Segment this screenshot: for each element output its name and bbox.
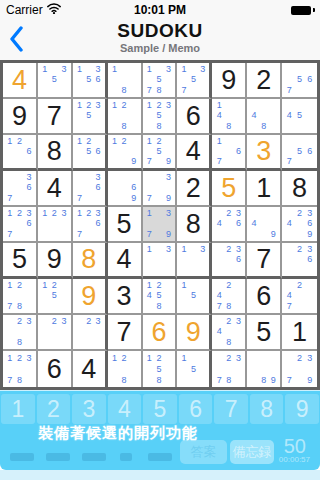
given-digit: 2 [186,175,201,202]
user-digit: 5 [221,175,236,202]
cell-r8c8[interactable]: 5 [247,315,282,351]
candidate-marks: 23 [73,315,105,349]
clock: 10:01 PM [0,3,320,17]
candidate-marks: 1235 [73,99,105,133]
cell-r1c2[interactable]: 135 [38,63,73,99]
candidate-marks: 148 [212,99,245,133]
cell-r1c1[interactable]: 4 [3,63,38,99]
candidate-marks: 49 [247,207,280,241]
candidate-marks: 12367 [3,207,36,241]
candidate-marks: 125 [38,279,71,313]
nav-bar: SUDOKU Sample / Memo [0,20,320,60]
timer-value: 00:00:57 [279,455,310,464]
given-digit: 5 [12,246,27,273]
candidate-marks: 128 [108,99,141,133]
cell-r2c1[interactable]: 9 [3,99,38,135]
user-digit: 9 [81,283,96,310]
cell-r9c9[interactable]: 2379 [282,351,317,387]
cell-r2c5[interactable]: 12358 [143,99,178,135]
candidate-marks: 13578 [143,63,176,97]
keypad-1[interactable]: 1 [1,394,35,424]
keypad-4[interactable]: 4 [108,394,142,424]
cell-r6c4[interactable]: 4 [108,243,143,279]
cell-r9c3[interactable]: 4 [73,351,108,387]
given-digit: 4 [47,175,62,202]
given-digit: 3 [117,283,132,310]
answer-button[interactable]: 答案 [180,440,227,464]
faint-toolbar-item[interactable] [120,453,132,461]
cell-r7c5[interactable]: 12458 [143,279,178,315]
keypad-5[interactable]: 5 [143,394,177,424]
given-digit: 6 [47,356,62,383]
cell-r2c7[interactable]: 148 [212,99,247,135]
cell-r2c2[interactable]: 7 [38,99,73,135]
cell-r8c9[interactable]: 1 [282,315,317,351]
candidate-marks: 247 [282,279,317,313]
cell-r6c5[interactable]: 13 [143,243,178,279]
candidate-marks: 12579 [143,135,176,168]
keypad-3[interactable]: 3 [72,394,106,424]
given-digit: 9 [221,67,236,94]
candidate-marks: 1379 [143,207,176,241]
candidate-marks: 236 [212,243,245,276]
cell-r2c4[interactable]: 128 [108,99,143,135]
cell-r3c8[interactable]: 3 [247,135,282,171]
user-digit: 3 [256,138,271,165]
page-title: SUDOKU [0,20,320,42]
keypad-6[interactable]: 6 [179,394,213,424]
cell-r7c3[interactable]: 9 [73,279,108,315]
cell-r5c5[interactable]: 1379 [143,207,178,243]
cell-r4c1[interactable]: 367 [3,171,38,207]
cell-r9c2[interactable]: 6 [38,351,73,387]
cell-r7c9[interactable]: 247 [282,279,317,315]
cell-r6c3[interactable]: 8 [73,243,108,279]
cell-r7c2[interactable]: 125 [38,279,73,315]
candidate-marks: 367 [73,171,105,205]
candidate-marks: 126 [3,135,36,168]
cell-r7c1[interactable]: 1278 [3,279,38,315]
keypad-2[interactable]: 2 [37,394,71,424]
candidate-marks: 2379 [282,351,317,387]
cell-r6c6[interactable]: 13 [177,243,212,279]
cell-r8c6[interactable]: 9 [177,315,212,351]
cell-r8c3[interactable]: 23 [73,315,108,351]
user-digit: 9 [186,319,201,346]
cell-r2c8[interactable]: 48 [247,99,282,135]
candidate-marks: 48 [247,99,280,133]
cell-r4c3[interactable]: 367 [73,171,108,207]
candidate-marks: 1357 [177,63,209,97]
cell-r9c6[interactable]: 15 [177,351,212,387]
cell-r2c9[interactable]: 45 [282,99,317,135]
cell-r8c2[interactable]: 23 [38,315,73,351]
cell-r6c9[interactable]: 236 [282,243,317,279]
cell-r2c3[interactable]: 1235 [73,99,108,135]
page-subtitle: Sample / Memo [0,42,320,55]
keypad-7[interactable]: 7 [214,394,248,424]
faint-toolbar-item[interactable] [46,453,70,461]
candidate-marks: 135 [38,63,71,97]
candidate-marks: 567 [282,63,317,97]
candidate-marks: 15 [177,351,209,387]
app-screen: Carrier 10:01 PM SUDOKU Sample [0,0,320,480]
candidate-marks: 13 [177,243,209,276]
cell-r5c3[interactable]: 12367 [73,207,108,243]
cell-r8c1[interactable]: 238 [3,315,38,351]
candidate-marks: 2378 [212,351,245,387]
given-digit: 9 [47,246,62,273]
cell-r3c3[interactable]: 1256 [73,135,108,171]
given-digit: 9 [12,103,27,130]
bottom-strip [0,470,320,480]
candidate-marks: 18 [108,63,141,97]
cell-r4c4[interactable]: 69 [108,171,143,207]
cell-r3c7[interactable]: 167 [212,135,247,171]
cell-r1c3[interactable]: 1356 [73,63,108,99]
sudoku-board: 4135135618135781357925679712351281235861… [0,60,320,390]
given-digit: 7 [47,103,62,130]
cell-r3c5[interactable]: 12579 [143,135,178,171]
given-digit: 5 [256,319,271,346]
given-digit: 7 [117,319,132,346]
cell-r3c2[interactable]: 8 [38,135,73,171]
cell-r6c2[interactable]: 9 [38,243,73,279]
cell-r5c4[interactable]: 5 [108,207,143,243]
cell-r8c7[interactable]: 2348 [212,315,247,351]
cell-r5c1[interactable]: 12367 [3,207,38,243]
keypad-9[interactable]: 9 [285,394,319,424]
cell-r4c9[interactable]: 8 [282,171,317,207]
cell-r5c9[interactable]: 23469 [282,207,317,243]
cell-r7c6[interactable]: 15 [177,279,212,315]
battery-icon [291,6,311,15]
cell-r7c7[interactable]: 2478 [212,279,247,315]
given-digit: 1 [292,319,307,346]
given-digit: 1 [256,175,271,202]
given-digit: 4 [81,356,96,383]
candidate-marks: 69 [108,171,141,205]
cell-r4c7[interactable]: 5 [212,171,247,207]
cell-r5c2[interactable]: 123 [38,207,73,243]
cell-r6c8[interactable]: 7 [247,243,282,279]
candidate-marks: 167 [212,135,245,168]
given-digit: 2 [256,67,271,94]
cell-r2c6[interactable]: 6 [177,99,212,135]
candidate-marks: 1258 [143,351,176,387]
cell-r1c6[interactable]: 1357 [177,63,212,99]
cell-r1c5[interactable]: 13578 [143,63,178,99]
cell-r9c7[interactable]: 2378 [212,351,247,387]
cell-r4c8[interactable]: 1 [247,171,282,207]
toast-message: 裝備著候選的開列功能 [38,424,198,443]
given-digit: 6 [256,283,271,310]
candidate-marks: 2348 [212,315,245,349]
cell-r6c1[interactable]: 5 [3,243,38,279]
candidate-marks: 12458 [143,279,176,313]
bottom-panel: 123456789 答案 備忘録 50 00:00:57 裝備著候選的開列功能 [0,390,320,470]
cell-r4c5[interactable]: 379 [143,171,178,207]
cell-r9c5[interactable]: 1258 [143,351,178,387]
candidate-marks: 123 [38,207,71,241]
given-digit: 4 [117,246,132,273]
candidate-marks: 238 [3,315,36,349]
cell-r8c5[interactable]: 6 [143,315,178,351]
cell-r4c6[interactable]: 2 [177,171,212,207]
cell-r9c8[interactable]: 89 [247,351,282,387]
candidate-marks: 89 [247,351,280,387]
cell-r3c1[interactable]: 126 [3,135,38,171]
candidate-marks: 23469 [282,207,317,241]
cell-r5c6[interactable]: 8 [177,207,212,243]
candidate-marks: 367 [3,171,36,205]
faint-toolbar-item[interactable] [82,453,106,461]
memo-button[interactable]: 備忘録 [230,440,274,464]
cell-r3c9[interactable]: 567 [282,135,317,171]
candidate-marks: 23 [38,315,71,349]
candidate-marks: 12378 [3,351,36,387]
candidate-marks: 2478 [212,279,245,313]
cell-r9c4[interactable]: 128 [108,351,143,387]
cell-r5c7[interactable]: 2346 [212,207,247,243]
user-digit: 8 [81,246,96,273]
given-digit: 5 [117,211,132,238]
cell-r3c4[interactable]: 129 [108,135,143,171]
cell-r7c8[interactable]: 6 [247,279,282,315]
cell-r1c8[interactable]: 2 [247,63,282,99]
cell-r4c2[interactable]: 4 [38,171,73,207]
cell-r5c8[interactable]: 49 [247,207,282,243]
cell-r1c9[interactable]: 567 [282,63,317,99]
given-digit: 6 [186,103,201,130]
cell-r1c7[interactable]: 9 [212,63,247,99]
cell-r7c4[interactable]: 3 [108,279,143,315]
keypad-8[interactable]: 8 [250,394,284,424]
candidate-marks: 15 [177,279,209,313]
candidate-marks: 2346 [212,207,245,241]
cell-r1c4[interactable]: 18 [108,63,143,99]
keypad: 123456789 [1,394,319,424]
candidate-marks: 128 [108,351,141,387]
user-digit: 6 [151,319,166,346]
status-bar: Carrier 10:01 PM [0,0,320,20]
candidate-marks: 379 [143,171,176,205]
faint-toolbar-item[interactable] [10,453,34,461]
cell-r8c4[interactable]: 7 [108,315,143,351]
candidate-marks: 12367 [73,207,105,241]
candidate-marks: 567 [282,135,317,168]
given-digit: 8 [292,175,307,202]
candidate-marks: 1256 [73,135,105,168]
user-digit: 4 [12,67,27,94]
given-digit: 8 [186,211,201,238]
candidate-marks: 129 [108,135,141,168]
given-digit: 4 [186,138,201,165]
candidate-marks: 1278 [3,279,36,313]
given-digit: 7 [256,246,271,273]
given-digit: 8 [47,138,62,165]
faint-toolbar-item[interactable] [148,453,172,461]
cell-r9c1[interactable]: 12378 [3,351,38,387]
candidate-marks: 45 [282,99,317,133]
candidate-marks: 1356 [73,63,105,97]
candidate-marks: 236 [282,243,317,276]
candidate-marks: 12358 [143,99,176,133]
candidate-marks: 13 [143,243,176,276]
cell-r3c6[interactable]: 4 [177,135,212,171]
cell-r6c7[interactable]: 236 [212,243,247,279]
